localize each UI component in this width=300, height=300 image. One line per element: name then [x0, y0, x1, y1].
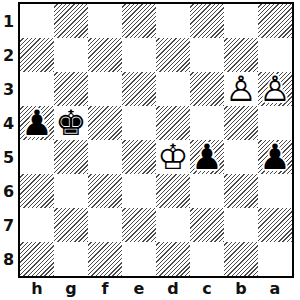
square-b3[interactable]: ♟♙: [224, 72, 258, 106]
square-h5[interactable]: [20, 140, 54, 174]
white-pawn-piece[interactable]: ♟♙: [224, 72, 258, 106]
file-label-a: a: [258, 278, 292, 299]
rank-label-8: 8: [0, 242, 17, 276]
square-d4[interactable]: [156, 106, 190, 140]
square-g7[interactable]: [54, 208, 88, 242]
file-label-g: g: [54, 278, 88, 299]
file-label-h: h: [20, 278, 54, 299]
square-b7[interactable]: [224, 208, 258, 242]
rank-label-4: 4: [0, 106, 17, 140]
square-g2[interactable]: [54, 38, 88, 72]
square-c6[interactable]: [190, 174, 224, 208]
square-e5[interactable]: [122, 140, 156, 174]
file-label-b: b: [224, 278, 258, 299]
rank-label-3: 3: [0, 72, 17, 106]
square-g5[interactable]: [54, 140, 88, 174]
black-king-piece[interactable]: ♚♚: [54, 106, 88, 140]
square-a6[interactable]: [258, 174, 292, 208]
chess-board[interactable]: ♟♙♟♙♟♟♚♚♚♔♟♟♟♟: [18, 2, 294, 278]
black-pawn-icon: ♟: [20, 106, 54, 140]
square-g3[interactable]: [54, 72, 88, 106]
square-b2[interactable]: [224, 38, 258, 72]
black-pawn-halo-layer: ♟: [20, 106, 54, 140]
rank-label-1: 1: [0, 4, 17, 38]
white-king-halo-layer: ♚: [156, 140, 190, 174]
square-a3[interactable]: ♟♙: [258, 72, 292, 106]
black-pawn-piece[interactable]: ♟♟: [258, 140, 292, 174]
square-d6[interactable]: [156, 174, 190, 208]
white-pawn-halo-layer: ♟: [224, 72, 258, 106]
square-a4[interactable]: [258, 106, 292, 140]
square-c1[interactable]: [190, 4, 224, 38]
black-pawn-icon: ♟: [258, 140, 292, 174]
square-b5[interactable]: [224, 140, 258, 174]
square-f1[interactable]: [88, 4, 122, 38]
square-e8[interactable]: [122, 242, 156, 276]
square-b6[interactable]: [224, 174, 258, 208]
square-c3[interactable]: [190, 72, 224, 106]
square-e1[interactable]: [122, 4, 156, 38]
rank-label-5: 5: [0, 140, 17, 174]
square-f6[interactable]: [88, 174, 122, 208]
white-pawn-icon: ♙: [224, 72, 258, 106]
square-c5[interactable]: ♟♟: [190, 140, 224, 174]
square-f7[interactable]: [88, 208, 122, 242]
square-a7[interactable]: [258, 208, 292, 242]
square-c7[interactable]: [190, 208, 224, 242]
rank-label-2: 2: [0, 38, 17, 72]
rank-label-6: 6: [0, 174, 17, 208]
square-h2[interactable]: [20, 38, 54, 72]
black-king-icon: ♚: [54, 106, 88, 140]
square-e3[interactable]: [122, 72, 156, 106]
square-c4[interactable]: [190, 106, 224, 140]
square-e7[interactable]: [122, 208, 156, 242]
black-pawn-halo-layer: ♟: [190, 140, 224, 174]
rank-labels: 12345678: [0, 4, 17, 276]
black-pawn-piece[interactable]: ♟♟: [20, 106, 54, 140]
square-h6[interactable]: [20, 174, 54, 208]
square-d7[interactable]: [156, 208, 190, 242]
file-labels: hgfedcba: [20, 278, 292, 299]
square-e4[interactable]: [122, 106, 156, 140]
square-c2[interactable]: [190, 38, 224, 72]
square-a1[interactable]: [258, 4, 292, 38]
square-a8[interactable]: [258, 242, 292, 276]
white-pawn-icon: ♙: [258, 72, 292, 106]
file-label-e: e: [122, 278, 156, 299]
square-e6[interactable]: [122, 174, 156, 208]
square-g8[interactable]: [54, 242, 88, 276]
white-king-icon: ♔: [156, 140, 190, 174]
black-king-halo-layer: ♚: [54, 106, 88, 140]
square-f4[interactable]: [88, 106, 122, 140]
square-h7[interactable]: [20, 208, 54, 242]
square-f3[interactable]: [88, 72, 122, 106]
square-b1[interactable]: [224, 4, 258, 38]
black-pawn-halo-layer: ♟: [258, 140, 292, 174]
black-pawn-icon: ♟: [190, 140, 224, 174]
file-label-c: c: [190, 278, 224, 299]
square-f8[interactable]: [88, 242, 122, 276]
square-f5[interactable]: [88, 140, 122, 174]
square-d2[interactable]: [156, 38, 190, 72]
square-c8[interactable]: [190, 242, 224, 276]
square-d1[interactable]: [156, 4, 190, 38]
square-g6[interactable]: [54, 174, 88, 208]
rank-label-7: 7: [0, 208, 17, 242]
white-pawn-piece[interactable]: ♟♙: [258, 72, 292, 106]
black-pawn-piece[interactable]: ♟♟: [190, 140, 224, 174]
square-b4[interactable]: [224, 106, 258, 140]
square-d3[interactable]: [156, 72, 190, 106]
square-h8[interactable]: [20, 242, 54, 276]
square-b8[interactable]: [224, 242, 258, 276]
white-pawn-halo-layer: ♟: [258, 72, 292, 106]
white-king-piece[interactable]: ♚♔: [156, 140, 190, 174]
square-h3[interactable]: [20, 72, 54, 106]
square-a5[interactable]: ♟♟: [258, 140, 292, 174]
chess-diagram: 12345678 ♟♙♟♙♟♟♚♚♚♔♟♟♟♟ hgfedcba: [0, 0, 300, 300]
square-e2[interactable]: [122, 38, 156, 72]
square-g4[interactable]: ♚♚: [54, 106, 88, 140]
square-f2[interactable]: [88, 38, 122, 72]
square-a2[interactable]: [258, 38, 292, 72]
square-g1[interactable]: [54, 4, 88, 38]
square-d5[interactable]: ♚♔: [156, 140, 190, 174]
square-h4[interactable]: ♟♟: [20, 106, 54, 140]
square-d8[interactable]: [156, 242, 190, 276]
file-label-f: f: [88, 278, 122, 299]
square-h1[interactable]: [20, 4, 54, 38]
file-label-d: d: [156, 278, 190, 299]
